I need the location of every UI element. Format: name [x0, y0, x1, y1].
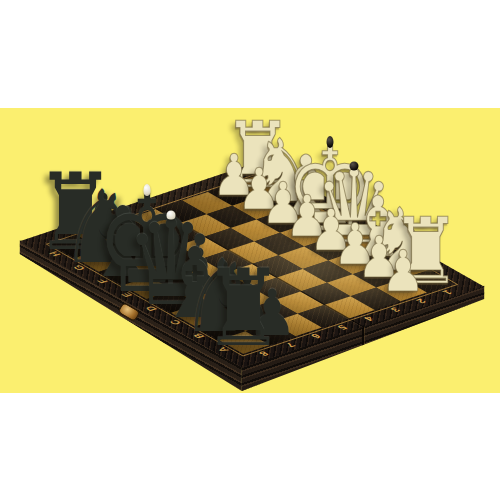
file-label-C: C [167, 319, 183, 326]
file-label-F: F [95, 278, 110, 284]
rank-label-3: 3 [388, 306, 402, 313]
rank-label-7: 7 [283, 341, 297, 348]
fold-seam-edge [362, 326, 364, 346]
file-label-H: H [47, 250, 63, 257]
rank-label-1: 1 [441, 289, 455, 296]
file-label-E: E [119, 292, 134, 299]
file-label-A: A [215, 346, 231, 353]
file-label-D: D [143, 305, 159, 312]
rank-label-4: 4 [362, 315, 376, 322]
chess-set-photo: HGFEDCBA12345678 ♜♞♝♛♚♝♞♜♟♟♟♟♟♟♟♟♟♟♟♟♟♟♟… [0, 0, 500, 500]
rank-label-2: 2 [414, 298, 428, 305]
rank-label-8: 8 [257, 350, 271, 357]
file-label-B: B [191, 333, 207, 340]
file-label-G: G [71, 264, 87, 271]
rank-label-5: 5 [335, 324, 349, 331]
rank-label-6: 6 [309, 333, 323, 340]
